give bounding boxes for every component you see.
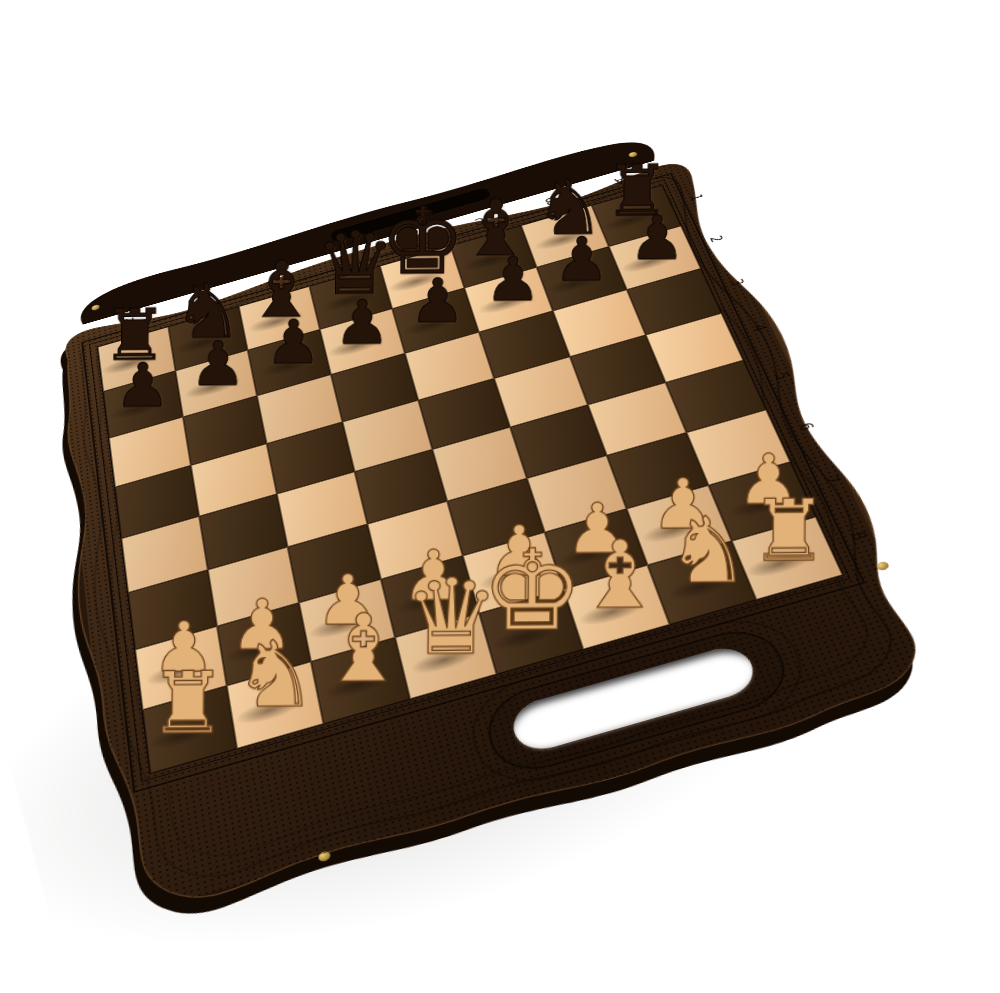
white-rook-h1[interactable]: ♜ bbox=[733, 488, 843, 573]
product-photo-scene: HGFEDCBA 12345678 ♜♞♝♛♚♝♞♜♟♟♟♟♟♟♟♟♟♟♟♟♟♟… bbox=[0, 0, 1000, 993]
